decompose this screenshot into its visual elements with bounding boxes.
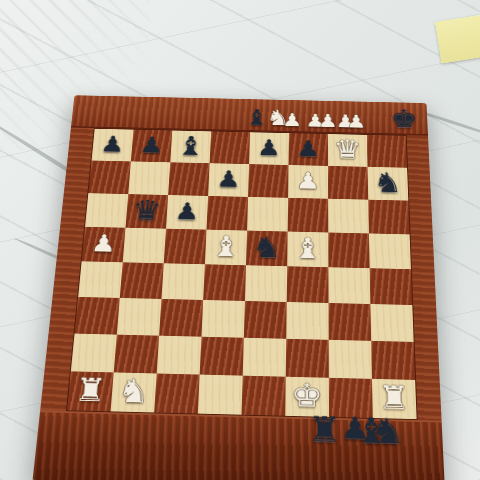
square-d6 [206,196,248,231]
square-d2 [200,337,244,376]
square-f3 [286,302,328,340]
square-c5 [164,229,207,265]
piece-white-p-a5: ♟ [90,231,117,255]
chess-box: ♝♞♟♟♟♟♟♚ ♟♟♝♟♟♛♟♟♞♛♟♟♝♞♝♜♞♚♜ ♜♟♝♞ [33,95,445,480]
piece-black-p-e8: ♟ [257,137,281,159]
square-e7 [248,164,288,198]
square-b4 [120,262,164,299]
square-f2 [286,339,329,378]
square-f5: ♝ [287,232,328,268]
square-d4 [203,264,246,301]
square-b5 [123,228,166,264]
square-h8 [367,135,407,168]
square-c4 [161,263,204,300]
square-e2 [243,338,287,377]
square-h7: ♞ [368,167,409,201]
square-f8: ♟ [289,133,328,166]
piece-black-n-h7: ♞ [373,169,403,197]
square-b1: ♞ [111,372,157,412]
square-g7 [328,166,368,200]
square-e8: ♟ [249,132,289,165]
captured-black-n: ♞ [333,413,443,450]
square-g3 [329,303,372,341]
square-c1 [154,373,199,413]
square-h2 [371,341,415,380]
square-a8: ♟ [92,129,134,162]
piece-black-p-f8: ♟ [296,137,320,159]
square-c2 [157,336,202,375]
square-d7: ♟ [208,163,249,197]
captured-black-k: ♚ [381,106,428,132]
sticky-note [435,15,480,64]
piece-white-r-a1: ♜ [73,374,108,407]
piece-black-p-c6: ♟ [174,200,200,224]
square-a1: ♜ [67,371,114,411]
square-a3 [75,297,120,335]
square-c8: ♝ [170,131,211,164]
piece-black-p-d7: ♟ [216,168,241,191]
square-f4 [287,266,329,303]
square-d5: ♝ [205,230,247,266]
square-e5: ♞ [246,231,288,267]
square-d8 [210,131,250,164]
square-b8: ♟ [131,130,172,163]
piece-white-k-f1: ♚ [291,379,323,412]
square-a4 [78,261,123,298]
square-e3 [244,301,287,339]
square-b7 [128,161,170,195]
square-b3 [117,298,162,336]
square-f6 [288,198,329,233]
square-a6 [85,193,128,228]
piece-black-q-b6: ♛ [131,196,162,224]
square-b6: ♛ [125,194,168,229]
square-e6 [247,197,288,232]
square-h4 [370,268,413,305]
square-g4 [328,267,370,304]
square-c7 [168,162,209,196]
square-c3 [159,299,203,337]
square-h6 [368,200,409,235]
piece-white-b-d5: ♝ [211,232,242,261]
square-a5: ♟ [82,227,126,263]
square-g2 [329,340,372,379]
square-g6 [328,199,369,234]
piece-black-b-c8: ♝ [176,132,206,159]
front-rail-captured-pieces: ♜♟♝♞ [32,410,445,480]
photo-background: ♝♞♟♟♟♟♟♚ ♟♟♝♟♟♛♟♟♞♛♟♟♝♞♝♜♞♚♜ ♜♟♝♞ [0,0,480,480]
piece-white-r-h1: ♜ [378,381,411,414]
square-g5 [328,232,369,268]
square-d3 [201,300,244,338]
square-f7: ♟ [288,165,328,199]
square-h3 [370,304,413,342]
square-g8: ♛ [328,134,368,167]
piece-white-p-f7: ♟ [296,169,320,192]
piece-white-n-b1: ♞ [117,375,151,408]
piece-black-p-a8: ♟ [100,133,126,155]
square-a7 [88,161,131,195]
board-frame: ♟♟♝♟♟♛♟♟♞♛♟♟♝♞♝♜♞♚♜ [40,128,441,421]
chess-board: ♟♟♝♟♟♛♟♟♞♛♟♟♝♞♝♜♞♚♜ [66,128,418,420]
piece-white-b-f5: ♝ [293,234,323,263]
square-h5 [369,233,411,269]
square-e4 [245,265,287,302]
piece-black-n-e5: ♞ [252,233,283,262]
piece-black-p-b8: ♟ [139,134,164,156]
square-c6: ♟ [166,195,208,230]
piece-white-q-g8: ♛ [333,136,362,163]
square-a2 [71,334,117,373]
square-b2 [114,335,159,374]
